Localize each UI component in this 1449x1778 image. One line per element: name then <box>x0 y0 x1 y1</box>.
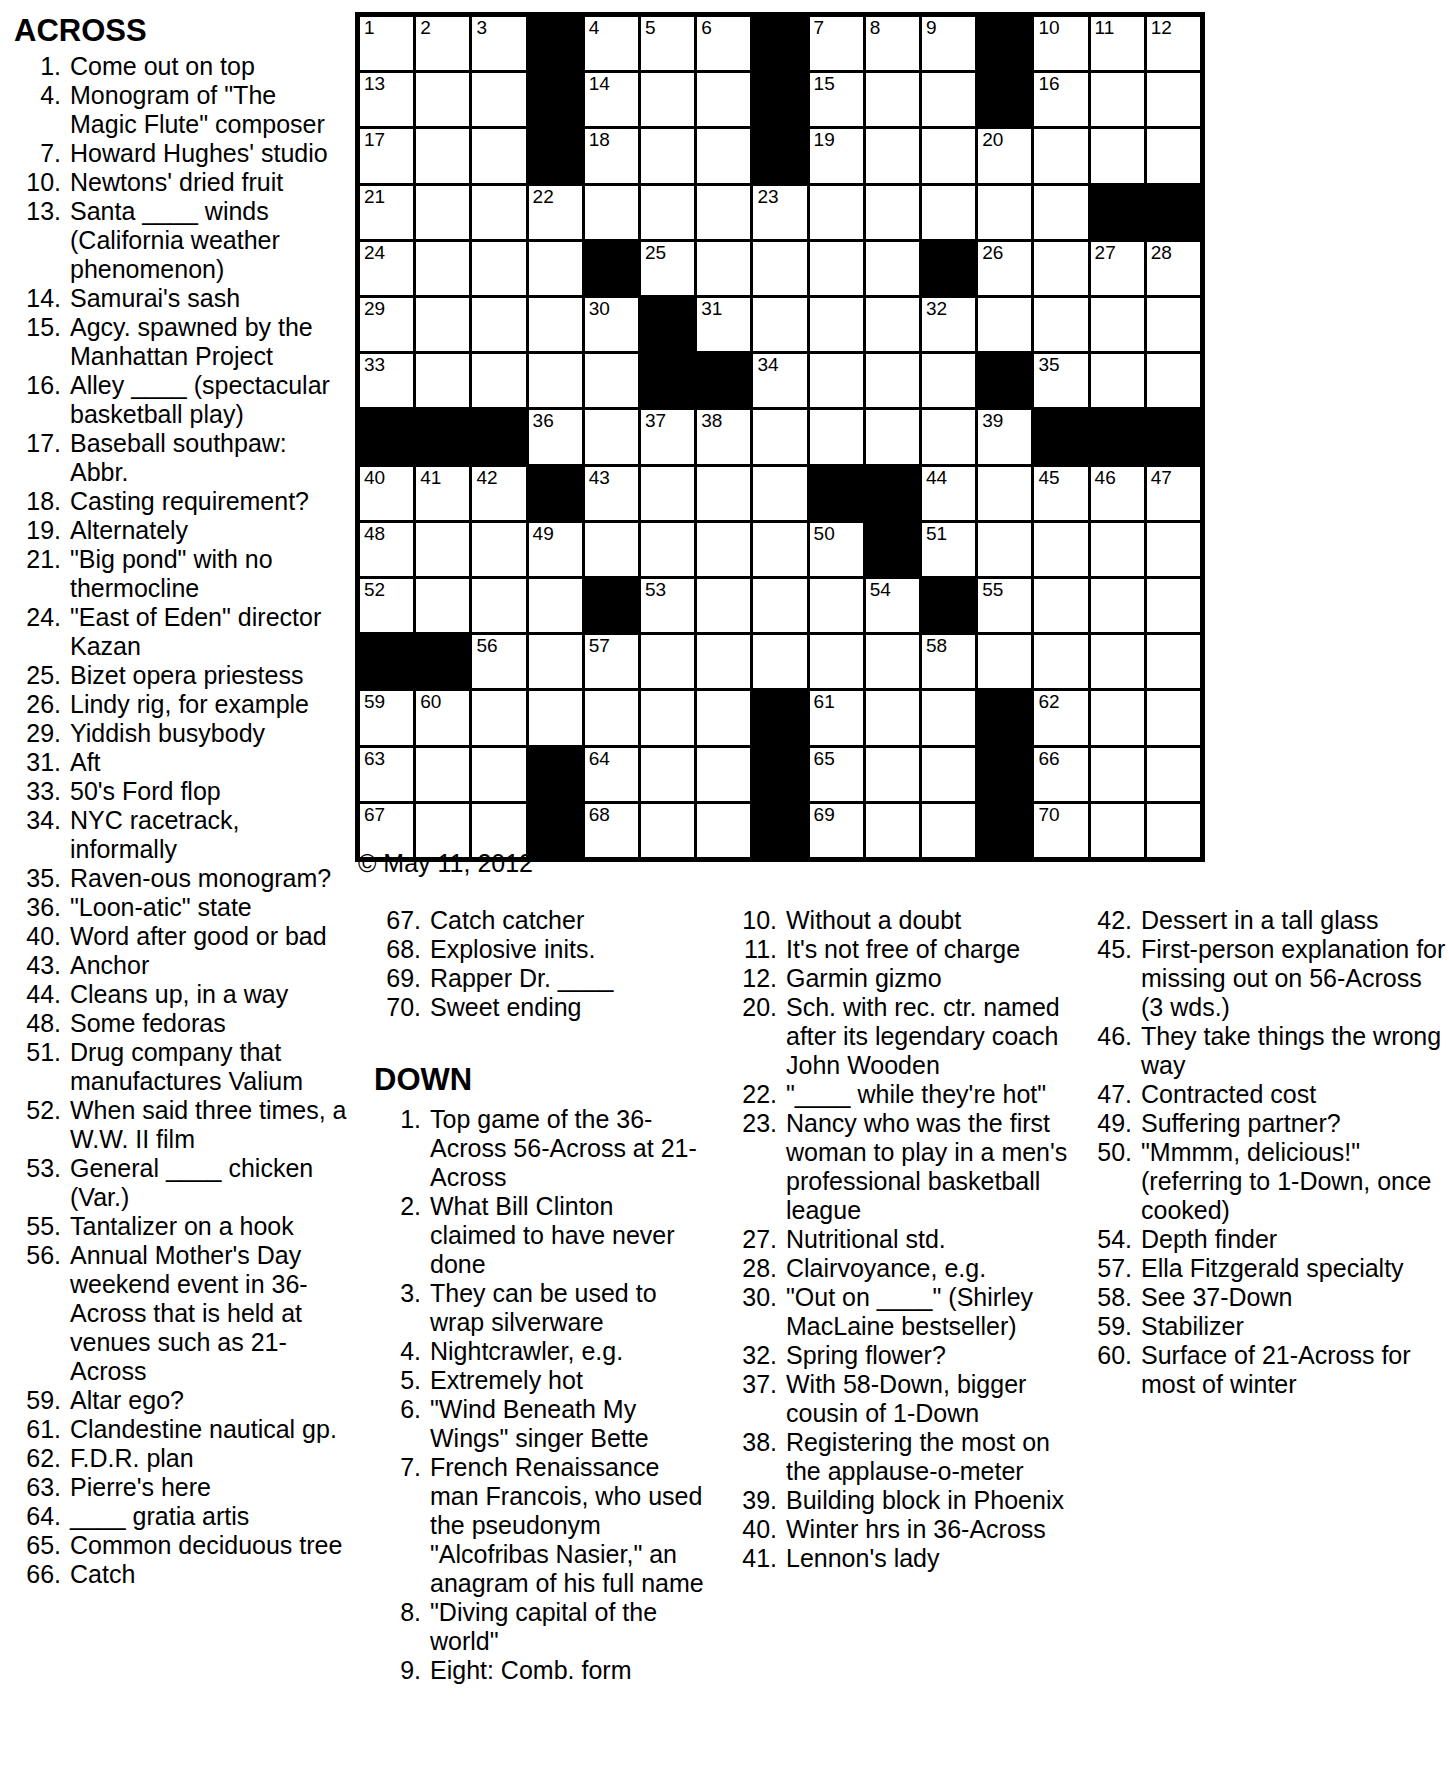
clue-text: Cleans up, in a way <box>70 980 348 1009</box>
white-square-r6c10[interactable] <box>866 298 919 351</box>
clue-num: 62. <box>14 1444 61 1473</box>
white-square-r13c14[interactable] <box>1091 691 1144 744</box>
clue-text: Howard Hughes' studio <box>70 139 348 168</box>
white-square-r13c9[interactable]: 61 <box>810 691 863 744</box>
white-square-r4c3[interactable] <box>472 186 525 239</box>
black-square <box>866 523 919 576</box>
white-square-r9c6[interactable] <box>641 467 694 520</box>
white-square-r5c9[interactable] <box>810 242 863 295</box>
clue-num: 16. <box>14 371 61 429</box>
white-square-r7c15[interactable] <box>1147 354 1200 407</box>
white-square-r10c1[interactable]: 48 <box>360 523 413 576</box>
clue-num: 6. <box>374 1395 421 1453</box>
white-square-r12c13[interactable] <box>1034 635 1087 688</box>
white-square-r11c9[interactable] <box>810 579 863 632</box>
white-square-r6c11[interactable]: 32 <box>922 298 975 351</box>
white-square-r4c7[interactable] <box>697 186 750 239</box>
white-square-r7c8[interactable]: 34 <box>753 354 806 407</box>
white-square-r13c4[interactable] <box>529 691 582 744</box>
cell-number-34: 34 <box>757 354 778 376</box>
white-square-r5c13[interactable] <box>1034 242 1087 295</box>
white-square-r8c11[interactable] <box>922 410 975 463</box>
clue-text: "Out on ____" (Shirley MacLaine bestsell… <box>786 1283 1072 1341</box>
copyright-notice: © May 11, 2012 <box>358 849 533 878</box>
white-square-r1c2[interactable]: 2 <box>416 17 469 70</box>
cell-number-21: 21 <box>364 186 385 208</box>
black-square <box>529 748 582 801</box>
white-square-r5c14[interactable]: 27 <box>1091 242 1144 295</box>
white-square-r4c9[interactable] <box>810 186 863 239</box>
white-square-r10c3[interactable] <box>472 523 525 576</box>
white-square-r2c3[interactable] <box>472 73 525 126</box>
cell-number-8: 8 <box>870 17 881 39</box>
white-square-r5c1[interactable]: 24 <box>360 242 413 295</box>
across-clue-31: 31.Aft <box>14 748 348 777</box>
white-square-r10c13[interactable] <box>1034 523 1087 576</box>
white-square-r6c5[interactable]: 30 <box>585 298 638 351</box>
clue-text: Casting requirement? <box>70 487 348 516</box>
white-square-r4c4[interactable]: 22 <box>529 186 582 239</box>
across-clue-1: 1.Come out on top <box>14 52 348 81</box>
white-square-r6c13[interactable] <box>1034 298 1087 351</box>
white-square-r14c6[interactable] <box>641 748 694 801</box>
white-square-r5c2[interactable] <box>416 242 469 295</box>
white-square-r13c13[interactable]: 62 <box>1034 691 1087 744</box>
white-square-r3c13[interactable] <box>1034 129 1087 182</box>
white-square-r14c15[interactable] <box>1147 748 1200 801</box>
across-clue-15: 15.Agcy. spawned by the Manhattan Projec… <box>14 313 348 371</box>
white-square-r13c15[interactable] <box>1147 691 1200 744</box>
white-square-r9c15[interactable]: 47 <box>1147 467 1200 520</box>
white-square-r11c1[interactable]: 52 <box>360 579 413 632</box>
clue-text: Baseball southpaw: Abbr. <box>70 429 348 487</box>
cell-number-22: 22 <box>533 186 554 208</box>
white-square-r15c11[interactable] <box>922 804 975 857</box>
white-square-r14c9[interactable]: 65 <box>810 748 863 801</box>
white-square-r6c2[interactable] <box>416 298 469 351</box>
white-square-r1c3[interactable]: 3 <box>472 17 525 70</box>
white-square-r11c6[interactable]: 53 <box>641 579 694 632</box>
down-clue-11: 11.It's not free of charge <box>730 935 1072 964</box>
across-clue-52: 52.When said three times, a W.W. II film <box>14 1096 348 1154</box>
white-square-r3c14[interactable] <box>1091 129 1144 182</box>
clue-text: "____ while they're hot" <box>786 1080 1072 1109</box>
white-square-r11c2[interactable] <box>416 579 469 632</box>
down-clue-58: 58.See 37-Down <box>1085 1283 1447 1312</box>
cell-number-37: 37 <box>645 410 666 432</box>
white-square-r8c9[interactable] <box>810 410 863 463</box>
cell-number-49: 49 <box>533 523 554 545</box>
white-square-r3c5[interactable]: 18 <box>585 129 638 182</box>
clue-text: Registering the most on the applause-o-m… <box>786 1428 1072 1486</box>
black-square <box>1147 186 1200 239</box>
across-clue-65: 65.Common deciduous tree <box>14 1531 348 1560</box>
cell-number-47: 47 <box>1151 467 1172 489</box>
across-clue-55: 55.Tantalizer on a hook <box>14 1212 348 1241</box>
clue-text: Top game of the 36-Across 56-Across at 2… <box>430 1105 706 1192</box>
white-square-r8c10[interactable] <box>866 410 919 463</box>
white-square-r4c1[interactable]: 21 <box>360 186 413 239</box>
clue-num: 66. <box>14 1560 61 1589</box>
white-square-r11c10[interactable]: 54 <box>866 579 919 632</box>
across-header: ACROSS <box>14 14 348 48</box>
white-square-r9c1[interactable]: 40 <box>360 467 413 520</box>
cell-number-10: 10 <box>1038 17 1059 39</box>
white-square-r1c1[interactable]: 1 <box>360 17 413 70</box>
white-square-r2c1[interactable]: 13 <box>360 73 413 126</box>
white-square-r2c11[interactable] <box>922 73 975 126</box>
clue-text: Agcy. spawned by the Manhattan Project <box>70 313 348 371</box>
white-square-r1c14[interactable]: 11 <box>1091 17 1144 70</box>
white-square-r13c2[interactable]: 60 <box>416 691 469 744</box>
white-square-r13c3[interactable] <box>472 691 525 744</box>
white-square-r10c5[interactable] <box>585 523 638 576</box>
white-square-r12c4[interactable] <box>529 635 582 688</box>
white-square-r5c6[interactable]: 25 <box>641 242 694 295</box>
white-square-r12c11[interactable]: 58 <box>922 635 975 688</box>
clue-num: 36. <box>14 893 61 922</box>
across-clue-21: 21."Big pond" with no thermocline <box>14 545 348 603</box>
white-square-r6c12[interactable] <box>978 298 1031 351</box>
black-square <box>360 635 413 688</box>
white-square-r14c1[interactable]: 63 <box>360 748 413 801</box>
white-square-r14c7[interactable] <box>697 748 750 801</box>
white-square-r3c7[interactable] <box>697 129 750 182</box>
white-square-r9c3[interactable]: 42 <box>472 467 525 520</box>
white-square-r1c11[interactable]: 9 <box>922 17 975 70</box>
white-square-r11c15[interactable] <box>1147 579 1200 632</box>
clue-text: "Diving capital of the world" <box>430 1598 706 1656</box>
clue-text: It's not free of charge <box>786 935 1072 964</box>
white-square-r8c7[interactable]: 38 <box>697 410 750 463</box>
white-square-r7c1[interactable]: 33 <box>360 354 413 407</box>
cell-number-68: 68 <box>589 804 610 826</box>
white-square-r15c10[interactable] <box>866 804 919 857</box>
black-square <box>810 467 863 520</box>
white-square-r7c14[interactable] <box>1091 354 1144 407</box>
clue-text: Garmin gizmo <box>786 964 1072 993</box>
clue-num: 24. <box>14 603 61 661</box>
down-clue-8: 8."Diving capital of the world" <box>374 1598 706 1656</box>
white-square-r7c2[interactable] <box>416 354 469 407</box>
white-square-r6c14[interactable] <box>1091 298 1144 351</box>
white-square-r6c1[interactable]: 29 <box>360 298 413 351</box>
white-square-r7c10[interactable] <box>866 354 919 407</box>
white-square-r13c1[interactable]: 59 <box>360 691 413 744</box>
clue-text: Some fedoras <box>70 1009 348 1038</box>
cell-number-1: 1 <box>364 17 375 39</box>
cell-number-23: 23 <box>757 186 778 208</box>
white-square-r14c2[interactable] <box>416 748 469 801</box>
white-square-r8c12[interactable]: 39 <box>978 410 1031 463</box>
cell-number-66: 66 <box>1038 748 1059 770</box>
white-square-r1c10[interactable]: 8 <box>866 17 919 70</box>
white-square-r10c8[interactable] <box>753 523 806 576</box>
white-square-r7c11[interactable] <box>922 354 975 407</box>
cell-number-18: 18 <box>589 129 610 151</box>
clue-num: 44. <box>14 980 61 1009</box>
white-square-r1c6[interactable]: 5 <box>641 17 694 70</box>
white-square-r8c4[interactable]: 36 <box>529 410 582 463</box>
clue-text: Monogram of "The Magic Flute" composer <box>70 81 348 139</box>
white-square-r4c5[interactable] <box>585 186 638 239</box>
white-square-r7c5[interactable] <box>585 354 638 407</box>
clue-num: 48. <box>14 1009 61 1038</box>
white-square-r10c12[interactable] <box>978 523 1031 576</box>
white-square-r13c7[interactable] <box>697 691 750 744</box>
clue-num: 30. <box>730 1283 777 1341</box>
cell-number-19: 19 <box>814 129 835 151</box>
white-square-r6c15[interactable] <box>1147 298 1200 351</box>
clue-num: 2. <box>374 1192 421 1279</box>
white-square-r7c3[interactable] <box>472 354 525 407</box>
white-square-r10c15[interactable] <box>1147 523 1200 576</box>
cell-number-36: 36 <box>533 410 554 432</box>
white-square-r10c6[interactable] <box>641 523 694 576</box>
white-square-r1c13[interactable]: 10 <box>1034 17 1087 70</box>
white-square-r1c9[interactable]: 7 <box>810 17 863 70</box>
white-square-r3c10[interactable] <box>866 129 919 182</box>
white-square-r6c3[interactable] <box>472 298 525 351</box>
white-square-r9c11[interactable]: 44 <box>922 467 975 520</box>
black-square <box>978 17 1031 70</box>
white-square-r15c7[interactable] <box>697 804 750 857</box>
white-square-r12c10[interactable] <box>866 635 919 688</box>
white-square-r14c14[interactable] <box>1091 748 1144 801</box>
down-clue-54: 54.Depth finder <box>1085 1225 1447 1254</box>
clue-num: 63. <box>14 1473 61 1502</box>
white-square-r2c9[interactable]: 15 <box>810 73 863 126</box>
clue-num: 26. <box>14 690 61 719</box>
white-square-r9c2[interactable]: 41 <box>416 467 469 520</box>
across-clue-56: 56.Annual Mother's Day weekend event in … <box>14 1241 348 1386</box>
white-square-r11c14[interactable] <box>1091 579 1144 632</box>
white-square-r2c14[interactable] <box>1091 73 1144 126</box>
puzzle-page: ACROSS 1.Come out on top4.Monogram of "T… <box>0 0 1449 1778</box>
white-square-r12c15[interactable] <box>1147 635 1200 688</box>
clue-text: Explosive inits. <box>430 935 706 964</box>
white-square-r9c12[interactable] <box>978 467 1031 520</box>
white-square-r14c13[interactable]: 66 <box>1034 748 1087 801</box>
white-square-r2c5[interactable]: 14 <box>585 73 638 126</box>
white-square-r5c10[interactable] <box>866 242 919 295</box>
white-square-r2c6[interactable] <box>641 73 694 126</box>
white-square-r11c7[interactable] <box>697 579 750 632</box>
white-square-r15c6[interactable] <box>641 804 694 857</box>
white-square-r2c2[interactable] <box>416 73 469 126</box>
clue-num: 9. <box>374 1656 421 1685</box>
white-square-r3c12[interactable]: 20 <box>978 129 1031 182</box>
clue-num: 25. <box>14 661 61 690</box>
white-square-r15c14[interactable] <box>1091 804 1144 857</box>
white-square-r15c13[interactable]: 70 <box>1034 804 1087 857</box>
across-clue-53: 53.General ____ chicken (Var.) <box>14 1154 348 1212</box>
white-square-r4c13[interactable] <box>1034 186 1087 239</box>
white-square-r11c13[interactable] <box>1034 579 1087 632</box>
white-square-r15c5[interactable]: 68 <box>585 804 638 857</box>
white-square-r10c4[interactable]: 49 <box>529 523 582 576</box>
cell-number-33: 33 <box>364 354 385 376</box>
white-square-r4c6[interactable] <box>641 186 694 239</box>
white-square-r6c9[interactable] <box>810 298 863 351</box>
white-square-r5c15[interactable]: 28 <box>1147 242 1200 295</box>
white-square-r6c4[interactable] <box>529 298 582 351</box>
black-square <box>753 73 806 126</box>
white-square-r12c7[interactable] <box>697 635 750 688</box>
clue-text: Tantalizer on a hook <box>70 1212 348 1241</box>
white-square-r12c14[interactable] <box>1091 635 1144 688</box>
white-square-r13c10[interactable] <box>866 691 919 744</box>
white-square-r3c2[interactable] <box>416 129 469 182</box>
white-square-r4c8[interactable]: 23 <box>753 186 806 239</box>
white-square-r5c4[interactable] <box>529 242 582 295</box>
white-square-r11c3[interactable] <box>472 579 525 632</box>
across-clue-14: 14.Samurai's sash <box>14 284 348 313</box>
white-square-r12c3[interactable]: 56 <box>472 635 525 688</box>
down-clue-38: 38.Registering the most on the applause-… <box>730 1428 1072 1486</box>
cell-number-14: 14 <box>589 73 610 95</box>
white-square-r8c8[interactable] <box>753 410 806 463</box>
white-square-r3c1[interactable]: 17 <box>360 129 413 182</box>
white-square-r9c14[interactable]: 46 <box>1091 467 1144 520</box>
clue-num: 49. <box>1085 1109 1132 1138</box>
clue-num: 29. <box>14 719 61 748</box>
white-square-r2c10[interactable] <box>866 73 919 126</box>
white-square-r6c8[interactable] <box>753 298 806 351</box>
white-square-r11c4[interactable] <box>529 579 582 632</box>
down-clue-37: 37.With 58-Down, bigger cousin of 1-Down <box>730 1370 1072 1428</box>
clue-num: 42. <box>1085 906 1132 935</box>
crossword-grid: 1234567891011121314151617181920212223242… <box>355 12 1205 862</box>
white-square-r9c8[interactable] <box>753 467 806 520</box>
across-clue-62: 62.F.D.R. plan <box>14 1444 348 1473</box>
clue-text: What Bill Clinton claimed to have never … <box>430 1192 706 1279</box>
cell-number-2: 2 <box>420 17 431 39</box>
white-square-r3c3[interactable] <box>472 129 525 182</box>
white-square-r7c4[interactable] <box>529 354 582 407</box>
white-square-r10c7[interactable] <box>697 523 750 576</box>
white-square-r2c7[interactable] <box>697 73 750 126</box>
white-square-r6c7[interactable]: 31 <box>697 298 750 351</box>
down-clue-4: 4.Nightcrawler, e.g. <box>374 1337 706 1366</box>
down-clue-27: 27.Nutritional std. <box>730 1225 1072 1254</box>
white-square-r10c2[interactable] <box>416 523 469 576</box>
across-clue-33: 33.50's Ford flop <box>14 777 348 806</box>
white-square-r12c6[interactable] <box>641 635 694 688</box>
white-square-r14c11[interactable] <box>922 748 975 801</box>
white-square-r10c9[interactable]: 50 <box>810 523 863 576</box>
white-square-r12c12[interactable] <box>978 635 1031 688</box>
white-square-r4c12[interactable] <box>978 186 1031 239</box>
down-clue-46: 46.They take things the wrong way <box>1085 1022 1447 1080</box>
cell-number-60: 60 <box>420 691 441 713</box>
down-clue-57: 57.Ella Fitzgerald specialty <box>1085 1254 1447 1283</box>
white-square-r3c11[interactable] <box>922 129 975 182</box>
white-square-r1c7[interactable]: 6 <box>697 17 750 70</box>
black-square <box>1034 410 1087 463</box>
cell-number-16: 16 <box>1038 73 1059 95</box>
clue-num: 65. <box>14 1531 61 1560</box>
white-square-r3c15[interactable] <box>1147 129 1200 182</box>
across-clue-17: 17.Baseball southpaw: Abbr. <box>14 429 348 487</box>
white-square-r15c15[interactable] <box>1147 804 1200 857</box>
cell-number-11: 11 <box>1095 17 1115 39</box>
black-square <box>416 410 469 463</box>
white-square-r3c9[interactable]: 19 <box>810 129 863 182</box>
white-square-r9c7[interactable] <box>697 467 750 520</box>
white-square-r4c11[interactable] <box>922 186 975 239</box>
clue-num: 32. <box>730 1341 777 1370</box>
clue-num: 7. <box>374 1453 421 1598</box>
across-clue-64: 64.____ gratia artis <box>14 1502 348 1531</box>
across-clue-68: 68.Explosive inits. <box>374 935 706 964</box>
white-square-r1c15[interactable]: 12 <box>1147 17 1200 70</box>
white-square-r2c13[interactable]: 16 <box>1034 73 1087 126</box>
clue-num: 15. <box>14 313 61 371</box>
black-square <box>472 410 525 463</box>
cell-number-43: 43 <box>589 467 610 489</box>
white-square-r4c10[interactable] <box>866 186 919 239</box>
white-square-r13c6[interactable] <box>641 691 694 744</box>
white-square-r10c11[interactable]: 51 <box>922 523 975 576</box>
down-clue-2: 2.What Bill Clinton claimed to have neve… <box>374 1192 706 1279</box>
white-square-r12c5[interactable]: 57 <box>585 635 638 688</box>
white-square-r7c13[interactable]: 35 <box>1034 354 1087 407</box>
white-square-r5c3[interactable] <box>472 242 525 295</box>
white-square-r9c5[interactable]: 43 <box>585 467 638 520</box>
clue-num: 1. <box>374 1105 421 1192</box>
white-square-r11c12[interactable]: 55 <box>978 579 1031 632</box>
white-square-r1c5[interactable]: 4 <box>585 17 638 70</box>
white-square-r13c11[interactable] <box>922 691 975 744</box>
clue-text: Pierre's here <box>70 1473 348 1502</box>
white-square-r12c8[interactable] <box>753 635 806 688</box>
white-square-r8c5[interactable] <box>585 410 638 463</box>
cell-number-62: 62 <box>1038 691 1059 713</box>
white-square-r2c15[interactable] <box>1147 73 1200 126</box>
white-square-r5c7[interactable] <box>697 242 750 295</box>
clue-text: "Wind Beneath My Wings" singer Bette <box>430 1395 706 1453</box>
clue-text: Eight: Comb. form <box>430 1656 706 1685</box>
black-square <box>529 129 582 182</box>
across-clue-4: 4.Monogram of "The Magic Flute" composer <box>14 81 348 139</box>
clue-num: 34. <box>14 806 61 864</box>
white-square-r4c2[interactable] <box>416 186 469 239</box>
white-square-r3c6[interactable] <box>641 129 694 182</box>
white-square-r5c8[interactable] <box>753 242 806 295</box>
white-square-r14c5[interactable]: 64 <box>585 748 638 801</box>
white-square-r12c9[interactable] <box>810 635 863 688</box>
white-square-r14c10[interactable] <box>866 748 919 801</box>
white-square-r11c8[interactable] <box>753 579 806 632</box>
white-square-r8c6[interactable]: 37 <box>641 410 694 463</box>
clue-num: 35. <box>14 864 61 893</box>
white-square-r14c3[interactable] <box>472 748 525 801</box>
clue-text: French Renaissance man Francois, who use… <box>430 1453 706 1598</box>
white-square-r15c9[interactable]: 69 <box>810 804 863 857</box>
across-clue-36: 36."Loon-atic" state <box>14 893 348 922</box>
white-square-r10c14[interactable] <box>1091 523 1144 576</box>
clue-num: 52. <box>14 1096 61 1154</box>
clue-text: Newtons' dried fruit <box>70 168 348 197</box>
white-square-r13c5[interactable] <box>585 691 638 744</box>
clue-num: 61. <box>14 1415 61 1444</box>
white-square-r7c9[interactable] <box>810 354 863 407</box>
clue-text: Spring flower? <box>786 1341 1072 1370</box>
white-square-r5c12[interactable]: 26 <box>978 242 1031 295</box>
white-square-r9c13[interactable]: 45 <box>1034 467 1087 520</box>
black-square <box>922 579 975 632</box>
